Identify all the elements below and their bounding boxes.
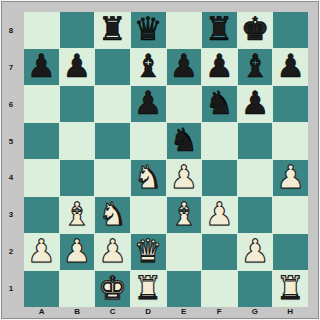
file-label-a: A bbox=[24, 305, 60, 318]
square-c4[interactable] bbox=[95, 160, 130, 196]
square-g1[interactable] bbox=[238, 271, 273, 307]
square-a7[interactable]: ♟ bbox=[24, 49, 59, 85]
square-c3[interactable]: ♞ bbox=[95, 197, 130, 233]
square-g4[interactable] bbox=[238, 160, 273, 196]
white-pawn-icon: ♟ bbox=[27, 235, 56, 267]
square-a6[interactable] bbox=[24, 86, 59, 122]
rank-label-1: 1 bbox=[1, 270, 21, 307]
square-d6[interactable]: ♟ bbox=[131, 86, 166, 122]
white-pawn-icon: ♟ bbox=[205, 198, 234, 230]
rank-label-8: 8 bbox=[1, 12, 21, 49]
file-label-h: H bbox=[273, 305, 309, 318]
white-pawn-icon: ♟ bbox=[98, 235, 127, 267]
square-e2[interactable] bbox=[167, 234, 202, 270]
file-label-b: B bbox=[60, 305, 96, 318]
square-b7[interactable]: ♟ bbox=[60, 49, 95, 85]
square-h8[interactable] bbox=[273, 12, 308, 48]
file-label-e: E bbox=[166, 305, 202, 318]
black-pawn-icon: ♟ bbox=[241, 87, 270, 119]
black-pawn-icon: ♟ bbox=[205, 50, 234, 82]
square-a2[interactable]: ♟ bbox=[24, 234, 59, 270]
black-bishop-icon: ♝ bbox=[241, 50, 270, 82]
square-f2[interactable] bbox=[202, 234, 237, 270]
square-g6[interactable]: ♟ bbox=[238, 86, 273, 122]
black-bishop-icon: ♝ bbox=[134, 50, 163, 82]
square-e4[interactable]: ♟ bbox=[167, 160, 202, 196]
file-label-f: F bbox=[202, 305, 238, 318]
square-a4[interactable] bbox=[24, 160, 59, 196]
square-b3[interactable]: ♝ bbox=[60, 197, 95, 233]
file-labels: ABCDEFGH bbox=[24, 305, 308, 318]
chess-board: ♜♛♜♚♟♟♝♟♟♝♟♟♞♟♞♞♟♟♝♞♝♟♟♟♟♛♟♚♜♜ bbox=[24, 12, 308, 307]
square-f5[interactable] bbox=[202, 123, 237, 159]
square-h2[interactable] bbox=[273, 234, 308, 270]
white-pawn-icon: ♟ bbox=[169, 161, 198, 193]
square-d5[interactable] bbox=[131, 123, 166, 159]
square-d8[interactable]: ♛ bbox=[131, 12, 166, 48]
square-e3[interactable]: ♝ bbox=[167, 197, 202, 233]
rank-label-5: 5 bbox=[1, 123, 21, 160]
square-d1[interactable]: ♜ bbox=[131, 271, 166, 307]
black-pawn-icon: ♟ bbox=[134, 87, 163, 119]
rank-label-2: 2 bbox=[1, 233, 21, 270]
square-d3[interactable] bbox=[131, 197, 166, 233]
rank-labels: 87654321 bbox=[1, 12, 21, 307]
square-c1[interactable]: ♚ bbox=[95, 271, 130, 307]
square-g7[interactable]: ♝ bbox=[238, 49, 273, 85]
black-king-icon: ♚ bbox=[241, 13, 270, 45]
square-g8[interactable]: ♚ bbox=[238, 12, 273, 48]
rank-label-6: 6 bbox=[1, 86, 21, 123]
square-c7[interactable] bbox=[95, 49, 130, 85]
square-f7[interactable]: ♟ bbox=[202, 49, 237, 85]
square-h4[interactable]: ♟ bbox=[273, 160, 308, 196]
square-e6[interactable] bbox=[167, 86, 202, 122]
black-rook-icon: ♜ bbox=[98, 13, 127, 45]
square-h5[interactable] bbox=[273, 123, 308, 159]
square-e5[interactable]: ♞ bbox=[167, 123, 202, 159]
square-h6[interactable] bbox=[273, 86, 308, 122]
square-e1[interactable] bbox=[167, 271, 202, 307]
white-knight-icon: ♞ bbox=[98, 198, 127, 230]
square-b2[interactable]: ♟ bbox=[60, 234, 95, 270]
square-f8[interactable]: ♜ bbox=[202, 12, 237, 48]
square-c5[interactable] bbox=[95, 123, 130, 159]
square-b6[interactable] bbox=[60, 86, 95, 122]
chess-diagram: 87654321 ♜♛♜♚♟♟♝♟♟♝♟♟♞♟♞♞♟♟♝♞♝♟♟♟♟♛♟♚♜♜ … bbox=[0, 0, 320, 320]
white-bishop-icon: ♝ bbox=[63, 198, 92, 230]
square-f1[interactable] bbox=[202, 271, 237, 307]
rank-label-4: 4 bbox=[1, 160, 21, 197]
rank-label-3: 3 bbox=[1, 196, 21, 233]
square-b1[interactable] bbox=[60, 271, 95, 307]
file-label-d: D bbox=[131, 305, 167, 318]
square-f4[interactable] bbox=[202, 160, 237, 196]
square-h3[interactable] bbox=[273, 197, 308, 233]
square-f3[interactable]: ♟ bbox=[202, 197, 237, 233]
square-e8[interactable] bbox=[167, 12, 202, 48]
square-c2[interactable]: ♟ bbox=[95, 234, 130, 270]
square-a3[interactable] bbox=[24, 197, 59, 233]
white-knight-icon: ♞ bbox=[134, 161, 163, 193]
square-a1[interactable] bbox=[24, 271, 59, 307]
square-a8[interactable] bbox=[24, 12, 59, 48]
square-d4[interactable]: ♞ bbox=[131, 160, 166, 196]
square-b8[interactable] bbox=[60, 12, 95, 48]
square-g2[interactable]: ♟ bbox=[238, 234, 273, 270]
white-pawn-icon: ♟ bbox=[241, 235, 270, 267]
white-bishop-icon: ♝ bbox=[169, 198, 198, 230]
black-rook-icon: ♜ bbox=[205, 13, 234, 45]
white-pawn-icon: ♟ bbox=[276, 161, 305, 193]
black-pawn-icon: ♟ bbox=[169, 50, 198, 82]
square-b5[interactable] bbox=[60, 123, 95, 159]
square-h7[interactable]: ♟ bbox=[273, 49, 308, 85]
white-king-icon: ♚ bbox=[98, 272, 127, 304]
black-pawn-icon: ♟ bbox=[63, 50, 92, 82]
square-e7[interactable]: ♟ bbox=[167, 49, 202, 85]
black-pawn-icon: ♟ bbox=[276, 50, 305, 82]
rank-label-7: 7 bbox=[1, 49, 21, 86]
square-f6[interactable]: ♞ bbox=[202, 86, 237, 122]
square-a5[interactable] bbox=[24, 123, 59, 159]
white-queen-icon: ♛ bbox=[134, 235, 163, 267]
file-label-c: C bbox=[95, 305, 131, 318]
square-g5[interactable] bbox=[238, 123, 273, 159]
black-pawn-icon: ♟ bbox=[27, 50, 56, 82]
file-label-g: G bbox=[237, 305, 273, 318]
white-pawn-icon: ♟ bbox=[63, 235, 92, 267]
square-c6[interactable] bbox=[95, 86, 130, 122]
black-queen-icon: ♛ bbox=[134, 13, 163, 45]
black-knight-icon: ♞ bbox=[205, 87, 234, 119]
white-rook-icon: ♜ bbox=[134, 272, 163, 304]
square-d7[interactable]: ♝ bbox=[131, 49, 166, 85]
square-g3[interactable] bbox=[238, 197, 273, 233]
square-h1[interactable]: ♜ bbox=[273, 271, 308, 307]
square-d2[interactable]: ♛ bbox=[131, 234, 166, 270]
square-b4[interactable] bbox=[60, 160, 95, 196]
black-knight-icon: ♞ bbox=[169, 124, 198, 156]
square-c8[interactable]: ♜ bbox=[95, 12, 130, 48]
white-rook-icon: ♜ bbox=[276, 272, 305, 304]
